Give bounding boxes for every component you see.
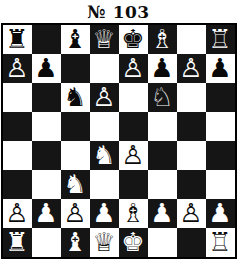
piece-white-bishop-e2: ♗ [121,199,144,228]
square-g8 [177,25,206,54]
square-b4 [32,141,61,170]
square-h1: ♖ [206,228,235,257]
square-a1: ♜ [3,228,32,257]
square-d4: ♞ [90,141,119,170]
square-f4 [148,141,177,170]
square-a7: ♙ [3,54,32,83]
square-h2: ♟ [206,199,235,228]
piece-white-pawn-d2: ♟ [92,199,115,228]
piece-white-pawn-b2: ♟ [34,199,57,228]
piece-white-knight-d4: ♞ [92,141,115,170]
square-c1: ♝ [61,228,90,257]
square-b2: ♟ [32,199,61,228]
square-c6: ♞ [61,83,90,112]
square-f2: ♟ [148,199,177,228]
square-c5 [61,112,90,141]
square-c8: ♝ [61,25,90,54]
piece-white-rook-h1: ♖ [208,228,231,257]
square-f7: ♟ [148,54,177,83]
piece-black-pawn-b7: ♟ [34,54,57,83]
piece-black-rook-h8: ♖ [208,25,231,54]
piece-black-pawn-d6: ♙ [92,83,115,112]
diagram-title: № 103 [0,0,237,23]
square-a4 [3,141,32,170]
piece-black-knight-c6: ♞ [63,83,86,112]
square-b7: ♟ [32,54,61,83]
square-e8: ♚ [119,25,148,54]
square-h4 [206,141,235,170]
diagram-page: № 103 ♜♝♕♚♗♖♙♟♙♟♙♟♞♙♘♞♙♞♙♟♙♟♗♟♙♟♜♝♕♚♖ [0,0,237,259]
square-g2: ♙ [177,199,206,228]
piece-white-pawn-h2: ♟ [208,199,231,228]
piece-black-bishop-c8: ♝ [63,25,86,54]
square-f1 [148,228,177,257]
square-e1: ♚ [119,228,148,257]
piece-black-rook-a8: ♜ [5,25,28,54]
square-f8: ♗ [148,25,177,54]
square-a3 [3,170,32,199]
chess-board: ♜♝♕♚♗♖♙♟♙♟♙♟♞♙♘♞♙♞♙♟♙♟♗♟♙♟♜♝♕♚♖ [1,23,237,259]
square-g6 [177,83,206,112]
square-a5 [3,112,32,141]
square-d3 [90,170,119,199]
piece-black-queen-d8: ♕ [92,25,115,54]
piece-black-pawn-g7: ♙ [179,54,202,83]
square-g1 [177,228,206,257]
square-b3 [32,170,61,199]
square-c2: ♙ [61,199,90,228]
piece-black-king-e8: ♚ [121,25,144,54]
square-b1 [32,228,61,257]
square-f5 [148,112,177,141]
square-e5 [119,112,148,141]
square-c3: ♞ [61,170,90,199]
square-e2: ♗ [119,199,148,228]
piece-black-pawn-a7: ♙ [5,54,28,83]
piece-white-bishop-c1: ♝ [63,228,86,257]
piece-white-king-e1: ♚ [121,228,144,257]
piece-white-pawn-c2: ♙ [63,199,86,228]
square-d2: ♟ [90,199,119,228]
square-a6 [3,83,32,112]
square-h5 [206,112,235,141]
piece-black-pawn-f7: ♟ [150,54,173,83]
square-d1: ♕ [90,228,119,257]
piece-black-knight-f6: ♘ [150,83,173,112]
square-g7: ♙ [177,54,206,83]
piece-white-pawn-e4: ♙ [121,141,144,170]
piece-white-rook-a1: ♜ [5,228,28,257]
square-a2: ♙ [3,199,32,228]
square-c7 [61,54,90,83]
piece-white-knight-c3: ♞ [63,170,86,199]
square-e4: ♙ [119,141,148,170]
square-e3 [119,170,148,199]
square-f6: ♘ [148,83,177,112]
square-d7 [90,54,119,83]
square-e6 [119,83,148,112]
square-b8 [32,25,61,54]
piece-white-queen-d1: ♕ [92,228,115,257]
square-h6 [206,83,235,112]
piece-black-pawn-h7: ♟ [208,54,231,83]
square-b5 [32,112,61,141]
piece-white-pawn-g2: ♙ [179,199,202,228]
square-d8: ♕ [90,25,119,54]
square-f3 [148,170,177,199]
square-g4 [177,141,206,170]
piece-white-pawn-f2: ♟ [150,199,173,228]
square-h7: ♟ [206,54,235,83]
piece-black-pawn-e7: ♙ [121,54,144,83]
square-g5 [177,112,206,141]
square-d5 [90,112,119,141]
square-h8: ♖ [206,25,235,54]
square-b6 [32,83,61,112]
square-c4 [61,141,90,170]
square-d6: ♙ [90,83,119,112]
square-h3 [206,170,235,199]
square-a8: ♜ [3,25,32,54]
square-e7: ♙ [119,54,148,83]
square-g3 [177,170,206,199]
piece-black-bishop-f8: ♗ [150,25,173,54]
piece-white-pawn-a2: ♙ [5,199,28,228]
